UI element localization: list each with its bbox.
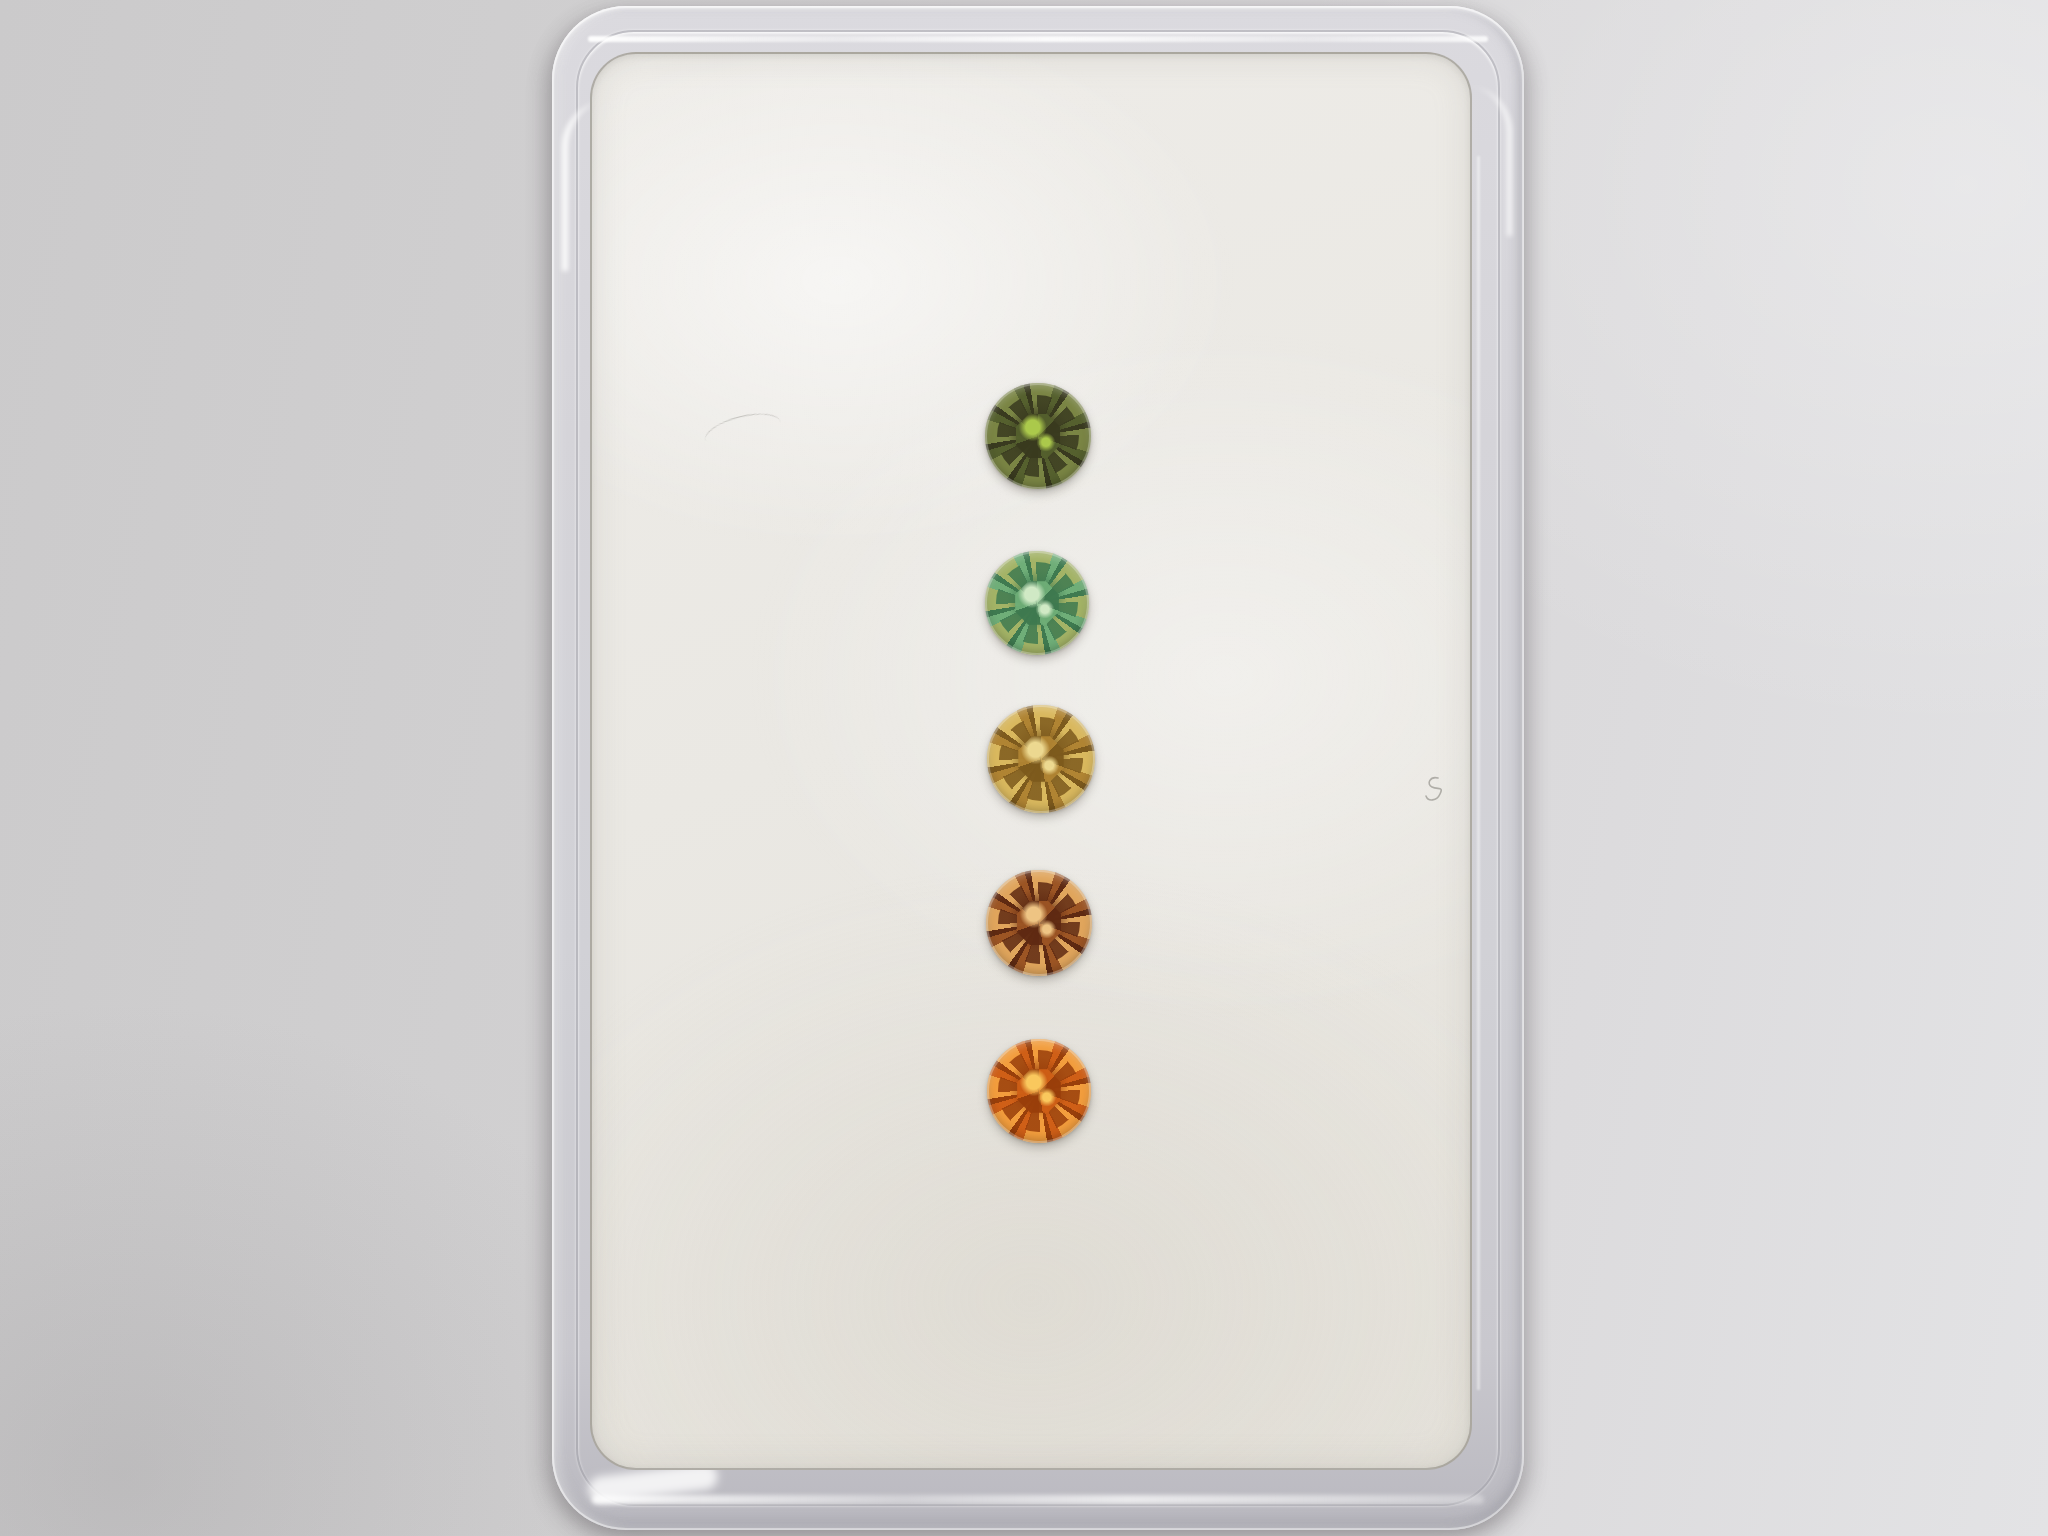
gem-2-green <box>985 551 1089 655</box>
white-insert <box>590 52 1472 1470</box>
plastic-highlight-top <box>588 36 1488 42</box>
pencil-mark <box>1416 772 1452 812</box>
gem-case <box>552 6 1524 1530</box>
dust-fiber <box>701 407 784 456</box>
scene-caption: Overhead photo of a clear plastic gemsto… <box>0 0 1 1</box>
gem-1-dark-olive-green <box>985 383 1091 489</box>
photo-backdrop: Overhead photo of a clear plastic gemsto… <box>0 0 2048 1536</box>
gem-3-golden-yellow <box>987 705 1095 813</box>
plastic-highlight-bottom <box>592 1495 1484 1504</box>
gem-5-vivid-orange <box>987 1039 1091 1143</box>
gem-4-amber-brown <box>986 870 1092 976</box>
plastic-highlight-right-seam <box>1477 156 1480 1390</box>
